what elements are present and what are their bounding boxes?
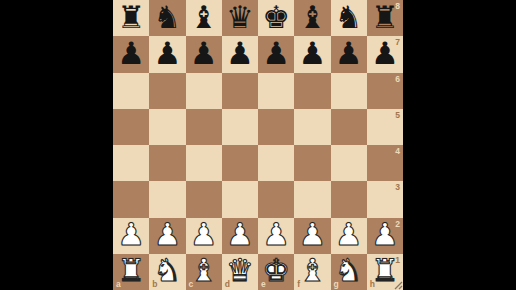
square-a2[interactable]: ♟ [113, 218, 149, 254]
piece-black-bishop[interactable]: ♝ [298, 2, 326, 33]
coordinate-file-f: f [297, 280, 300, 289]
piece-black-knight[interactable]: ♞ [335, 2, 363, 33]
square-h8[interactable]: ♜8 [367, 0, 403, 36]
piece-black-pawn[interactable]: ♟ [335, 38, 363, 69]
piece-white-pawn[interactable]: ♟ [153, 219, 181, 250]
square-d5[interactable] [222, 109, 258, 145]
coordinate-rank-5: 5 [395, 111, 400, 120]
square-h6[interactable]: 6 [367, 73, 403, 109]
piece-white-knight[interactable]: ♞ [335, 255, 363, 286]
square-h2[interactable]: ♟2 [367, 218, 403, 254]
square-e6[interactable] [258, 73, 294, 109]
square-a6[interactable] [113, 73, 149, 109]
square-a1[interactable]: ♜a [113, 254, 149, 290]
square-d3[interactable] [222, 181, 258, 217]
square-f3[interactable] [294, 181, 330, 217]
piece-black-queen[interactable]: ♛ [226, 2, 254, 33]
square-c5[interactable] [186, 109, 222, 145]
square-c8[interactable]: ♝ [186, 0, 222, 36]
chess-board[interactable]: ♜♞♝♛♚♝♞♜8♟♟♟♟♟♟♟♟76543♟♟♟♟♟♟♟♟2♜a♞b♝c♛d♚… [113, 0, 403, 290]
coordinate-file-a: a [116, 280, 121, 289]
square-e2[interactable]: ♟ [258, 218, 294, 254]
coordinate-rank-6: 6 [395, 75, 400, 84]
square-f2[interactable]: ♟ [294, 218, 330, 254]
piece-white-pawn[interactable]: ♟ [226, 219, 254, 250]
piece-white-bishop[interactable]: ♝ [298, 255, 326, 286]
square-c6[interactable] [186, 73, 222, 109]
coordinate-rank-8: 8 [395, 2, 400, 11]
square-c1[interactable]: ♝c [186, 254, 222, 290]
square-h7[interactable]: ♟7 [367, 36, 403, 72]
piece-white-knight[interactable]: ♞ [153, 255, 181, 286]
coordinate-file-g: g [334, 280, 339, 289]
coordinate-file-c: c [189, 280, 194, 289]
square-a7[interactable]: ♟ [113, 36, 149, 72]
square-c4[interactable] [186, 145, 222, 181]
board-resize-handle-icon[interactable] [392, 279, 403, 290]
square-d7[interactable]: ♟ [222, 36, 258, 72]
square-a3[interactable] [113, 181, 149, 217]
square-b2[interactable]: ♟ [149, 218, 185, 254]
square-g3[interactable] [331, 181, 367, 217]
square-e4[interactable] [258, 145, 294, 181]
square-f1[interactable]: ♝f [294, 254, 330, 290]
square-e8[interactable]: ♚ [258, 0, 294, 36]
piece-white-pawn[interactable]: ♟ [298, 219, 326, 250]
piece-black-bishop[interactable]: ♝ [190, 2, 218, 33]
coordinate-file-b: b [152, 280, 157, 289]
square-a5[interactable] [113, 109, 149, 145]
piece-white-bishop[interactable]: ♝ [190, 255, 218, 286]
square-f6[interactable] [294, 73, 330, 109]
piece-black-knight[interactable]: ♞ [153, 2, 181, 33]
square-d1[interactable]: ♛d [222, 254, 258, 290]
square-e5[interactable] [258, 109, 294, 145]
square-b5[interactable] [149, 109, 185, 145]
square-c3[interactable] [186, 181, 222, 217]
coordinate-file-h: h [370, 280, 375, 289]
square-g7[interactable]: ♟ [331, 36, 367, 72]
piece-black-king[interactable]: ♚ [262, 2, 290, 33]
piece-black-pawn[interactable]: ♟ [262, 38, 290, 69]
square-h3[interactable]: 3 [367, 181, 403, 217]
coordinate-rank-3: 3 [395, 183, 400, 192]
square-b3[interactable] [149, 181, 185, 217]
square-c2[interactable]: ♟ [186, 218, 222, 254]
coordinate-rank-4: 4 [395, 147, 400, 156]
coordinate-rank-7: 7 [395, 38, 400, 47]
square-a4[interactable] [113, 145, 149, 181]
square-g4[interactable] [331, 145, 367, 181]
square-g6[interactable] [331, 73, 367, 109]
coordinate-rank-1: 1 [395, 256, 400, 265]
coordinate-file-d: d [225, 280, 230, 289]
square-g5[interactable] [331, 109, 367, 145]
square-g1[interactable]: ♞g [331, 254, 367, 290]
square-f4[interactable] [294, 145, 330, 181]
piece-white-king[interactable]: ♚ [262, 255, 290, 286]
piece-black-pawn[interactable]: ♟ [226, 38, 254, 69]
square-d4[interactable] [222, 145, 258, 181]
square-h1[interactable]: ♜1h [367, 254, 403, 290]
square-e3[interactable] [258, 181, 294, 217]
piece-black-pawn[interactable]: ♟ [190, 38, 218, 69]
square-f7[interactable]: ♟ [294, 36, 330, 72]
square-b6[interactable] [149, 73, 185, 109]
piece-white-rook[interactable]: ♜ [117, 255, 145, 286]
piece-black-pawn[interactable]: ♟ [153, 38, 181, 69]
square-g2[interactable]: ♟ [331, 218, 367, 254]
square-f8[interactable]: ♝ [294, 0, 330, 36]
square-b7[interactable]: ♟ [149, 36, 185, 72]
piece-white-pawn[interactable]: ♟ [335, 219, 363, 250]
square-d8[interactable]: ♛ [222, 0, 258, 36]
square-c7[interactable]: ♟ [186, 36, 222, 72]
piece-black-rook[interactable]: ♜ [117, 2, 145, 33]
piece-white-pawn[interactable]: ♟ [262, 219, 290, 250]
square-e1[interactable]: ♚e [258, 254, 294, 290]
piece-black-pawn[interactable]: ♟ [117, 38, 145, 69]
coordinate-rank-2: 2 [395, 220, 400, 229]
square-b4[interactable] [149, 145, 185, 181]
piece-white-queen[interactable]: ♛ [226, 255, 254, 286]
square-h4[interactable]: 4 [367, 145, 403, 181]
square-d6[interactable] [222, 73, 258, 109]
piece-black-pawn[interactable]: ♟ [298, 38, 326, 69]
piece-white-pawn[interactable]: ♟ [190, 219, 218, 250]
square-h5[interactable]: 5 [367, 109, 403, 145]
square-e7[interactable]: ♟ [258, 36, 294, 72]
square-b1[interactable]: ♞b [149, 254, 185, 290]
piece-white-pawn[interactable]: ♟ [117, 219, 145, 250]
square-a8[interactable]: ♜ [113, 0, 149, 36]
square-f5[interactable] [294, 109, 330, 145]
page-background: ♜♞♝♛♚♝♞♜8♟♟♟♟♟♟♟♟76543♟♟♟♟♟♟♟♟2♜a♞b♝c♛d♚… [0, 0, 516, 290]
square-d2[interactable]: ♟ [222, 218, 258, 254]
square-b8[interactable]: ♞ [149, 0, 185, 36]
square-g8[interactable]: ♞ [331, 0, 367, 36]
coordinate-file-e: e [261, 280, 266, 289]
